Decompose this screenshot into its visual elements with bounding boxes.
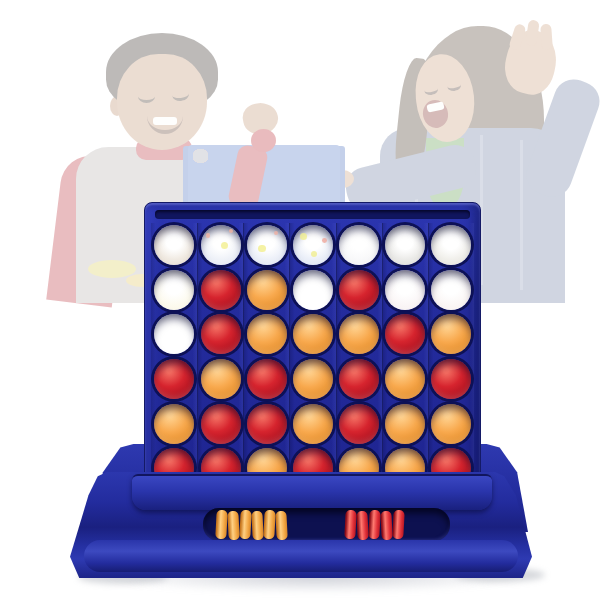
show-through-spot bbox=[322, 238, 327, 243]
red-disc bbox=[431, 359, 471, 399]
board-cell bbox=[336, 268, 382, 313]
board-cell bbox=[428, 268, 474, 313]
orange-disc bbox=[247, 270, 287, 310]
red-tray-disc bbox=[392, 510, 405, 540]
base-front-rail bbox=[132, 474, 492, 510]
show-through-spot bbox=[300, 233, 307, 240]
red-tray-disc bbox=[368, 510, 381, 540]
board-cell bbox=[428, 357, 474, 402]
orange-disc bbox=[201, 359, 241, 399]
empty-hole bbox=[154, 314, 194, 354]
board-cell bbox=[382, 223, 428, 268]
board-cell bbox=[382, 268, 428, 313]
orange-disc bbox=[293, 359, 333, 399]
show-through-spot bbox=[221, 242, 228, 249]
orange-disc bbox=[385, 359, 425, 399]
connect-four-board bbox=[144, 202, 481, 494]
red-disc bbox=[201, 404, 241, 444]
board-grid bbox=[151, 223, 474, 491]
red-disc bbox=[154, 359, 194, 399]
orange-disc bbox=[154, 404, 194, 444]
red-disc bbox=[247, 404, 287, 444]
board-cell bbox=[336, 357, 382, 402]
show-through-spot bbox=[311, 251, 317, 257]
show-through-spot bbox=[258, 245, 265, 252]
empty-hole bbox=[154, 270, 194, 310]
board-cell bbox=[336, 402, 382, 447]
empty-hole bbox=[201, 225, 241, 265]
orange-disc bbox=[247, 314, 287, 354]
board-cell bbox=[382, 402, 428, 447]
red-tray-disc bbox=[356, 511, 369, 541]
board-cell bbox=[428, 312, 474, 357]
empty-hole bbox=[293, 270, 333, 310]
orange-tray-disc bbox=[251, 511, 264, 541]
product-photo bbox=[0, 0, 600, 600]
orange-tray-disc bbox=[263, 510, 276, 540]
board-cell bbox=[336, 312, 382, 357]
boy-eye-left bbox=[138, 90, 155, 103]
board-cell bbox=[151, 402, 197, 447]
boy-teeth bbox=[153, 117, 177, 125]
orange-disc bbox=[431, 314, 471, 354]
orange-tray-disc bbox=[275, 511, 288, 541]
empty-hole bbox=[339, 225, 379, 265]
board-cell bbox=[289, 268, 335, 313]
red-tray-disc bbox=[344, 510, 357, 540]
girl-finger bbox=[540, 24, 553, 51]
board-cell bbox=[243, 312, 289, 357]
empty-hole bbox=[431, 225, 471, 265]
red-disc bbox=[339, 359, 379, 399]
board-cell bbox=[197, 402, 243, 447]
board-cell bbox=[151, 268, 197, 313]
red-tray-disc bbox=[380, 511, 393, 541]
red-disc bbox=[385, 314, 425, 354]
board-cell bbox=[243, 223, 289, 268]
tray-orange-disc-stack bbox=[216, 510, 287, 539]
board-cell bbox=[197, 357, 243, 402]
empty-hole bbox=[385, 225, 425, 265]
board-cell bbox=[243, 268, 289, 313]
board-cell bbox=[151, 223, 197, 268]
orange-disc bbox=[293, 404, 333, 444]
orange-disc bbox=[431, 404, 471, 444]
board-cell bbox=[428, 402, 474, 447]
board-cell bbox=[289, 357, 335, 402]
empty-hole bbox=[431, 270, 471, 310]
mini-game-hole bbox=[193, 149, 208, 163]
board-cell bbox=[197, 268, 243, 313]
board-cell bbox=[336, 223, 382, 268]
board-cell bbox=[197, 312, 243, 357]
orange-disc bbox=[385, 404, 425, 444]
board-cell bbox=[289, 402, 335, 447]
orange-tray-disc bbox=[227, 511, 240, 541]
orange-disc bbox=[293, 314, 333, 354]
board-cell bbox=[197, 223, 243, 268]
orange-disc bbox=[339, 314, 379, 354]
show-through-spot bbox=[229, 229, 233, 233]
empty-hole bbox=[247, 225, 287, 265]
empty-hole bbox=[385, 270, 425, 310]
empty-hole bbox=[154, 225, 194, 265]
orange-tray-disc bbox=[215, 510, 228, 540]
boy-face bbox=[117, 54, 207, 150]
board-cell bbox=[289, 223, 335, 268]
board-cell bbox=[151, 357, 197, 402]
girl-jacket-seam bbox=[520, 140, 523, 290]
red-disc bbox=[339, 270, 379, 310]
red-disc bbox=[201, 270, 241, 310]
board-cell bbox=[243, 357, 289, 402]
board-cell bbox=[243, 402, 289, 447]
base-bottom-bar bbox=[84, 540, 518, 572]
board-top-slot-bar bbox=[155, 210, 470, 219]
red-disc bbox=[201, 314, 241, 354]
board-cell bbox=[289, 312, 335, 357]
board-cell bbox=[382, 357, 428, 402]
empty-hole bbox=[293, 225, 333, 265]
board-cell bbox=[428, 223, 474, 268]
board-cell bbox=[382, 312, 428, 357]
dropping-red-disc bbox=[251, 129, 276, 152]
orange-tray-disc bbox=[239, 510, 252, 540]
red-disc bbox=[339, 404, 379, 444]
tray-red-disc-stack bbox=[345, 510, 404, 539]
show-through-spot bbox=[206, 233, 211, 238]
board-cell bbox=[151, 312, 197, 357]
board-base bbox=[70, 472, 532, 578]
red-disc bbox=[247, 359, 287, 399]
show-through-spot bbox=[274, 231, 279, 236]
